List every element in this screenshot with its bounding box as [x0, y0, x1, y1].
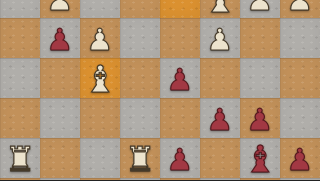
square-c0r3[interactable] — [0, 98, 40, 138]
square-c3r0[interactable] — [120, 0, 160, 18]
white-pawn[interactable]: ♟ — [287, 0, 314, 17]
square-c6r1[interactable] — [240, 18, 280, 58]
square-c5r0[interactable]: ♝ — [200, 0, 240, 18]
white-pawn[interactable]: ♟ — [47, 0, 74, 17]
square-c4r1[interactable] — [160, 18, 200, 58]
red-pawn[interactable]: ♟ — [247, 102, 274, 137]
square-c7r3[interactable] — [280, 98, 320, 138]
white-pawn[interactable]: ♟ — [207, 22, 234, 57]
square-c5r5[interactable] — [200, 178, 240, 180]
square-c0r1[interactable] — [0, 18, 40, 58]
square-c7r0[interactable]: ♟ — [280, 0, 320, 18]
square-c0r4[interactable]: ♜ — [0, 138, 40, 178]
white-rook[interactable]: ♜ — [5, 139, 35, 179]
square-c7r2[interactable] — [280, 58, 320, 98]
square-c0r0[interactable] — [0, 0, 40, 18]
square-c4r0-highlighted[interactable] — [160, 0, 200, 18]
square-c6r4[interactable]: ♝ — [240, 138, 280, 178]
square-c2r0[interactable] — [80, 0, 120, 18]
white-bishop[interactable]: ♝ — [83, 58, 116, 101]
board-viewport: ♟♝♟♟♟♟♟♝♟♟♟♜♜♟♝♟ — [0, 0, 320, 180]
square-c3r3[interactable] — [120, 98, 160, 138]
square-c1r0[interactable]: ♟ — [40, 0, 80, 18]
square-c4r2[interactable]: ♟ — [160, 58, 200, 98]
square-c4r5[interactable] — [160, 178, 200, 180]
square-c2r4[interactable] — [80, 138, 120, 178]
square-c2r5[interactable] — [80, 178, 120, 180]
square-c7r1[interactable] — [280, 18, 320, 58]
square-c3r4[interactable]: ♜ — [120, 138, 160, 178]
red-bishop[interactable]: ♝ — [243, 138, 276, 181]
red-pawn[interactable]: ♟ — [167, 142, 194, 177]
square-c2r1[interactable]: ♟ — [80, 18, 120, 58]
square-c3r1[interactable] — [120, 18, 160, 58]
square-c1r2[interactable] — [40, 58, 80, 98]
square-c2r2-highlighted[interactable]: ♝ — [80, 58, 120, 98]
square-c1r1[interactable]: ♟ — [40, 18, 80, 58]
square-c1r4[interactable] — [40, 138, 80, 178]
square-c7r5[interactable] — [280, 178, 320, 180]
red-pawn[interactable]: ♟ — [167, 62, 194, 97]
white-rook[interactable]: ♜ — [125, 139, 155, 179]
square-c1r3[interactable] — [40, 98, 80, 138]
square-c2r3[interactable] — [80, 98, 120, 138]
square-c7r4[interactable]: ♟ — [280, 138, 320, 178]
square-c1r5[interactable] — [40, 178, 80, 180]
red-pawn[interactable]: ♟ — [47, 22, 74, 57]
white-bishop[interactable]: ♝ — [203, 0, 236, 21]
white-pawn[interactable]: ♟ — [247, 0, 274, 17]
square-c6r3[interactable]: ♟ — [240, 98, 280, 138]
white-pawn[interactable]: ♟ — [87, 22, 114, 57]
red-pawn[interactable]: ♟ — [287, 142, 314, 177]
square-c5r1[interactable]: ♟ — [200, 18, 240, 58]
square-c5r4[interactable] — [200, 138, 240, 178]
square-c6r0[interactable]: ♟ — [240, 0, 280, 18]
square-c4r4[interactable]: ♟ — [160, 138, 200, 178]
square-c4r3[interactable] — [160, 98, 200, 138]
chess-board[interactable]: ♟♝♟♟♟♟♟♝♟♟♟♜♜♟♝♟ — [0, 0, 320, 180]
square-c5r3[interactable]: ♟ — [200, 98, 240, 138]
red-pawn[interactable]: ♟ — [207, 102, 234, 137]
square-c6r2[interactable] — [240, 58, 280, 98]
square-c5r2[interactable] — [200, 58, 240, 98]
square-c0r2[interactable] — [0, 58, 40, 98]
square-c3r2[interactable] — [120, 58, 160, 98]
